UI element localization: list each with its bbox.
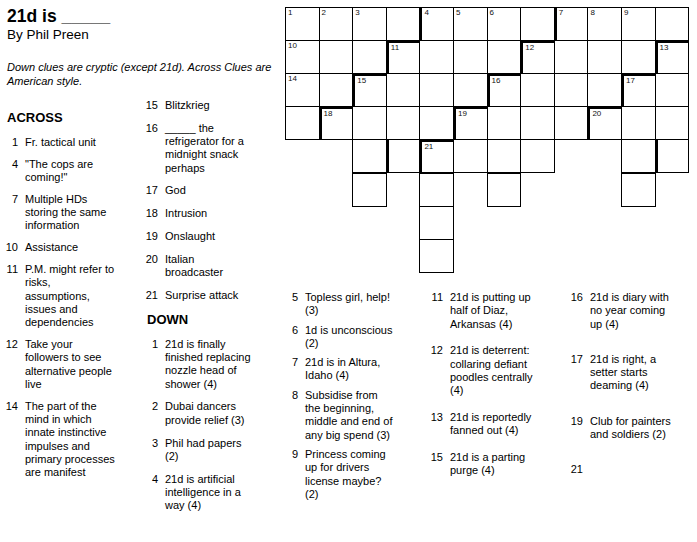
cell-number: 1 — [288, 8, 292, 18]
clue-number: 11 — [5, 263, 18, 329]
grid-cell[interactable]: 20 — [587, 106, 622, 140]
clue-text: 21d is diary with no year coming up (4) — [590, 291, 672, 331]
grid-cell[interactable]: 2 — [319, 7, 354, 41]
grid-cell[interactable] — [621, 139, 656, 173]
clue-item: 16_____ the refrigerator for a midnight … — [145, 122, 253, 175]
clue-number: 9 — [285, 448, 298, 501]
grid-cell[interactable]: 1 — [285, 7, 320, 41]
grid-cell[interactable] — [386, 7, 421, 41]
grid-cell[interactable] — [453, 139, 488, 173]
clue-number: 14 — [5, 400, 18, 480]
grid-cell[interactable] — [655, 106, 690, 140]
grid-cell[interactable] — [352, 139, 387, 173]
clue-number: 7 — [285, 356, 298, 383]
grid-cell[interactable] — [554, 73, 589, 107]
grid-cell[interactable] — [352, 40, 387, 74]
grid-cell[interactable]: 8 — [587, 7, 622, 41]
grid-cell[interactable]: 6 — [487, 7, 522, 41]
clue-item: 1621d is diary with no year coming up (4… — [570, 291, 672, 331]
grid-cell[interactable] — [319, 73, 354, 107]
cell-number: 14 — [288, 74, 297, 84]
grid-cell[interactable] — [487, 106, 522, 140]
grid-cell[interactable]: 16 — [487, 73, 522, 107]
clue-number: 19 — [145, 230, 158, 243]
grid-cell[interactable]: 10 — [285, 40, 320, 74]
clue-column: 15Blitzkrieg16_____ the refrigerator for… — [145, 99, 253, 522]
cell-number: 18 — [324, 109, 333, 119]
clue-item: 14The part of the mind in which innate i… — [5, 400, 117, 480]
clue-item: 5Topless girl, help! (3) — [285, 291, 393, 318]
clue-column: 1121d is putting up half of Diaz, Arkans… — [430, 291, 538, 491]
cell-number: 16 — [492, 76, 501, 86]
clue-text: "The cops are coming!" — [25, 158, 117, 185]
clue-number: 10 — [5, 241, 18, 254]
clue-text: _____ the refrigerator for a midnight sn… — [165, 122, 253, 175]
clue-number: 4 — [5, 158, 18, 185]
clue-text: Intrusion — [165, 207, 253, 220]
cell-number: 6 — [490, 8, 494, 18]
cell-number: 10 — [288, 41, 297, 51]
clue-item: 2Dubai dancers provide relief (3) — [145, 400, 253, 427]
crossword-grid: 123456789101112131415161718192021 — [285, 7, 691, 274]
clue-item: 1321d is reportedly fanned out (4) — [430, 411, 538, 438]
clue-item: 8Subsidise from the beginning, middle an… — [285, 389, 393, 442]
clue-number: 17 — [145, 184, 158, 197]
grid-cell[interactable] — [621, 106, 656, 140]
clue-text: Topless girl, help! (3) — [305, 291, 393, 318]
clue-text: 21d is in Altura, Idaho (4) — [305, 356, 393, 383]
grid-cell[interactable] — [554, 40, 589, 74]
clue-text: Club for painters and soldiers (2) — [590, 415, 672, 442]
clue-item: 1721d is right, a setter starts deaming … — [570, 353, 672, 393]
cell-number: 13 — [660, 43, 669, 53]
grid-cell[interactable]: 7 — [554, 7, 589, 41]
grid-cell[interactable] — [386, 139, 421, 173]
clue-item: 1221d is deterrent: collaring defiant po… — [430, 344, 538, 397]
clue-text: 21d is finally finished replacing nozzle… — [165, 338, 253, 391]
clue-item: 19Onslaught — [145, 230, 253, 243]
clue-number: 7 — [5, 193, 18, 233]
clue-item: 18Intrusion — [145, 207, 253, 220]
grid-cell[interactable]: 11 — [386, 40, 421, 74]
clue-column: 5Topless girl, help! (3)61d is unconscio… — [285, 291, 393, 507]
clue-item: 21 — [570, 463, 672, 476]
cell-number: 7 — [559, 8, 563, 18]
grid-cell[interactable] — [554, 106, 589, 140]
clue-text: Assistance — [25, 241, 117, 254]
clue-number: 2 — [145, 400, 158, 427]
clue-text: 21d is artificial intelligence in a way … — [165, 473, 253, 513]
clue-text: 21d is putting up half of Diaz, Arkansas… — [450, 291, 538, 331]
clue-number: 15 — [145, 99, 158, 112]
grid-cell[interactable] — [419, 40, 454, 74]
clue-number: 6 — [285, 324, 298, 351]
cell-number: 8 — [590, 8, 594, 18]
grid-cell[interactable]: 19 — [453, 106, 488, 140]
clue-text — [590, 463, 672, 476]
grid-cell[interactable] — [419, 73, 454, 107]
grid-cell[interactable] — [655, 7, 690, 41]
clue-item: 721d is in Altura, Idaho (4) — [285, 356, 393, 383]
clue-item: 1121d is putting up half of Diaz, Arkans… — [430, 291, 538, 331]
cell-number: 20 — [592, 109, 601, 119]
grid-cell[interactable] — [520, 139, 555, 173]
grid-cell[interactable] — [386, 73, 421, 107]
grid-cell[interactable] — [419, 173, 454, 207]
clue-number: 21 — [570, 463, 583, 476]
clue-item: 1521d is a parting purge (4) — [430, 451, 538, 478]
clue-text: Multiple HDs storing the same informatio… — [25, 193, 117, 233]
clue-number: 16 — [145, 122, 158, 175]
grid-cell[interactable]: 17 — [621, 73, 656, 107]
clue-item: 11P.M. might refer to risks, assumptions… — [5, 263, 117, 329]
clue-text: P.M. might refer to risks, assumptions, … — [25, 263, 117, 329]
grid-cell[interactable] — [587, 40, 622, 74]
grid-cell[interactable] — [386, 106, 421, 140]
clue-text: 21d is a parting purge (4) — [450, 451, 538, 478]
cell-number: 19 — [458, 109, 467, 119]
grid-cell[interactable]: 21 — [419, 139, 454, 173]
grid-cell[interactable] — [587, 73, 622, 107]
clue-item: 15Blitzkrieg — [145, 99, 253, 112]
grid-cell[interactable]: 3 — [352, 7, 387, 41]
byline: By Phil Preen — [7, 27, 89, 43]
clue-number: 15 — [430, 451, 443, 478]
clue-item: 17God — [145, 184, 253, 197]
grid-cell[interactable] — [319, 40, 354, 74]
cell-number: 11 — [391, 43, 399, 53]
clue-number: 5 — [285, 291, 298, 318]
grid-cell[interactable] — [285, 106, 320, 140]
cell-number: 2 — [322, 8, 326, 18]
clue-item: 1Fr. tactical unit — [5, 136, 117, 149]
grid-cell[interactable]: 4 — [419, 7, 454, 41]
clue-number: 1 — [5, 136, 18, 149]
clue-column: 1621d is diary with no year coming up (4… — [570, 291, 672, 499]
grid-cell[interactable]: 9 — [621, 7, 656, 41]
clue-number: 12 — [430, 344, 443, 397]
grid-cell[interactable]: 18 — [319, 106, 354, 140]
grid-cell[interactable] — [419, 106, 454, 140]
clue-text: 21d is deterrent: collaring defiant pood… — [450, 344, 538, 397]
grid-cell[interactable] — [487, 40, 522, 74]
grid-cell[interactable] — [520, 106, 555, 140]
clue-number: 12 — [5, 338, 18, 391]
clue-item: 19Club for painters and soldiers (2) — [570, 415, 672, 442]
grid-cell[interactable] — [520, 7, 555, 41]
clue-column: ACROSS1Fr. tactical unit4"The cops are c… — [5, 110, 117, 488]
clue-number: 8 — [285, 389, 298, 442]
instructions-note: Down clues are cryptic (except 21d). Acr… — [7, 61, 279, 88]
clue-item: 12Take your followers to see alternative… — [5, 338, 117, 391]
clue-number: 20 — [145, 253, 158, 280]
puzzle-title: 21d is _____ — [7, 5, 110, 27]
clue-text: Subsidise from the beginning, middle and… — [305, 389, 393, 442]
clue-number: 17 — [570, 353, 583, 393]
clue-item: 121d is finally finished replacing nozzl… — [145, 338, 253, 391]
clue-item: 9Princess coming up for drivers license … — [285, 448, 393, 501]
grid-cell[interactable] — [453, 73, 488, 107]
clue-number: 4 — [145, 473, 158, 513]
clue-item: 20Italian broadcaster — [145, 253, 253, 280]
grid-cell[interactable] — [621, 40, 656, 74]
grid-cell[interactable] — [419, 206, 454, 240]
clue-number: 3 — [145, 437, 158, 464]
cell-number: 3 — [355, 8, 359, 18]
across-header: ACROSS — [7, 110, 117, 125]
cell-number: 4 — [424, 8, 428, 18]
page: 21d is _____ By Phil Preen Down clues ar… — [0, 0, 697, 542]
clue-text: Fr. tactical unit — [25, 136, 117, 149]
grid-cell[interactable] — [352, 106, 387, 140]
grid-cell[interactable]: 12 — [520, 40, 555, 74]
clue-text: Take your followers to see alternative p… — [25, 338, 117, 391]
clue-text: The part of the mind in which innate ins… — [25, 400, 117, 480]
cell-number: 5 — [456, 8, 460, 18]
clue-number: 18 — [145, 207, 158, 220]
grid-cell[interactable]: 15 — [352, 73, 387, 107]
grid-cell[interactable]: 14 — [285, 73, 320, 107]
cell-number: 17 — [626, 76, 635, 86]
cell-number: 12 — [525, 43, 534, 53]
clue-number: 16 — [570, 291, 583, 331]
clue-text: God — [165, 184, 253, 197]
clue-item: 3Phil had papers (2) — [145, 437, 253, 464]
clue-number: 1 — [145, 338, 158, 391]
clue-number: 11 — [430, 291, 443, 331]
clue-item: 61d is unconscious (2) — [285, 324, 393, 351]
clue-item: 10Assistance — [5, 241, 117, 254]
grid-cell[interactable] — [655, 73, 690, 107]
clue-text: Surprise attack — [165, 289, 253, 302]
cell-number: 21 — [424, 142, 433, 152]
grid-cell[interactable] — [487, 173, 522, 207]
clue-text: 21d is reportedly fanned out (4) — [450, 411, 538, 438]
clue-text: Phil had papers (2) — [165, 437, 253, 464]
clue-text: 21d is right, a setter starts deaming (4… — [590, 353, 672, 393]
clue-text: Onslaught — [165, 230, 253, 243]
clue-item: 421d is artificial intelligence in a way… — [145, 473, 253, 513]
grid-cell[interactable]: 5 — [453, 7, 488, 41]
clue-number: 21 — [145, 289, 158, 302]
grid-cell[interactable] — [520, 73, 555, 107]
grid-cell[interactable] — [352, 173, 387, 207]
clue-text: Dubai dancers provide relief (3) — [165, 400, 253, 427]
grid-cell[interactable] — [621, 173, 656, 207]
cell-number: 9 — [624, 8, 628, 18]
clue-item: 21Surprise attack — [145, 289, 253, 302]
clue-number: 19 — [570, 415, 583, 442]
clue-text: Blitzkrieg — [165, 99, 253, 112]
clue-text: Princess coming up for drivers license m… — [305, 448, 393, 501]
grid-cell[interactable] — [419, 239, 454, 273]
clue-number: 13 — [430, 411, 443, 438]
clue-item: 7Multiple HDs storing the same informati… — [5, 193, 117, 233]
clue-text: 1d is unconscious (2) — [305, 324, 393, 351]
grid-cell[interactable] — [453, 40, 488, 74]
clue-text: Italian broadcaster — [165, 253, 253, 280]
down-header: DOWN — [147, 312, 253, 327]
grid-cell[interactable]: 13 — [655, 40, 690, 74]
grid-cell[interactable] — [487, 139, 522, 173]
cell-number: 15 — [357, 76, 366, 86]
clue-item: 4"The cops are coming!" — [5, 158, 117, 185]
grid-cell[interactable] — [655, 139, 690, 173]
